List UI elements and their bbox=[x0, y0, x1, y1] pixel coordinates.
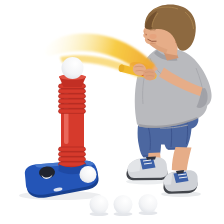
ball-on-base bbox=[80, 166, 97, 183]
left-shoe-ankle bbox=[146, 157, 156, 161]
nostril bbox=[145, 34, 147, 36]
ground-ball-1 bbox=[90, 195, 109, 214]
cheek-blush bbox=[149, 34, 156, 39]
ground-ball-3 bbox=[139, 194, 158, 213]
photo-canvas bbox=[0, 0, 224, 224]
scene bbox=[0, 0, 224, 224]
ground-ball-2 bbox=[114, 195, 133, 214]
ball-on-tee bbox=[62, 57, 84, 79]
ground-balls bbox=[90, 194, 158, 214]
tee-pole bbox=[59, 74, 87, 174]
